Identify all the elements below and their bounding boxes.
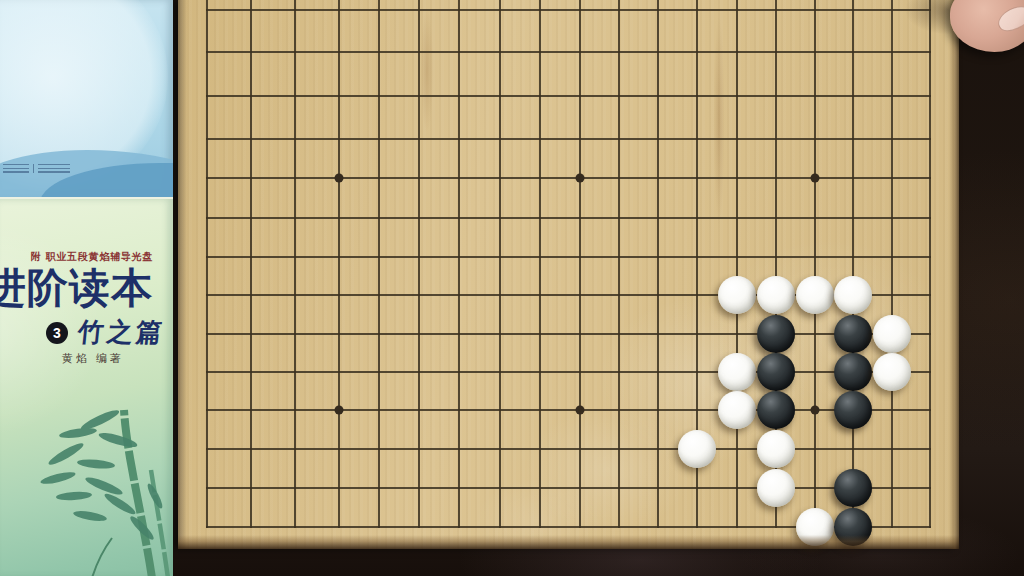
volume-title: 竹之篇 xyxy=(76,315,167,350)
volume-number-badge: 3 xyxy=(46,322,68,344)
publisher-info-block xyxy=(3,164,29,173)
finger xyxy=(950,0,1024,52)
blue-book-cover xyxy=(0,0,173,197)
bamboo-illustration xyxy=(0,378,173,576)
book-author: 黄焰 编著 xyxy=(62,351,124,366)
board-right-edge xyxy=(949,0,959,549)
book-title: 进阶读本 xyxy=(0,261,173,316)
book-volume: 3 竹之篇 xyxy=(46,315,165,350)
publisher-info-block xyxy=(38,164,70,173)
board-left-shadow xyxy=(178,0,187,549)
go-book-cover: 附 职业五段黄焰辅导光盘 进阶读本 3 竹之篇 黄焰 编著 xyxy=(0,197,173,576)
publisher-divider xyxy=(33,164,34,173)
board-bottom-edge xyxy=(178,535,959,549)
board-wood-texture xyxy=(178,0,959,549)
photo-scene: 附 职业五段黄焰辅导光盘 进阶读本 3 竹之篇 黄焰 编著 xyxy=(0,0,1024,576)
fingernail xyxy=(994,1,1024,36)
